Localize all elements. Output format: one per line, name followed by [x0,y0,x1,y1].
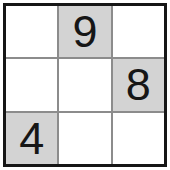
cell-r2c0[interactable]: 4 [6,113,57,164]
cell-r1c0[interactable] [6,59,57,110]
cell-r2c1[interactable] [59,113,110,164]
cell-r0c2[interactable] [113,6,164,57]
cell-r1c2[interactable]: 8 [113,59,164,110]
cell-r1c1[interactable] [59,59,110,110]
cell-r0c1[interactable]: 9 [59,6,110,57]
sudoku-board: 984 [3,3,167,167]
cell-r0c0[interactable] [6,6,57,57]
cell-r2c2[interactable] [113,113,164,164]
